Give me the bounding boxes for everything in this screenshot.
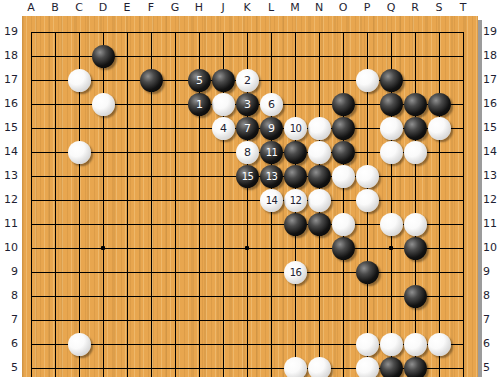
move-number: 4 xyxy=(220,123,227,134)
white-stone-S6[interactable] xyxy=(428,333,451,356)
row-label-right-6: 6 xyxy=(483,336,500,352)
row-label-right-8: 8 xyxy=(483,288,500,304)
grid-line-col-R xyxy=(415,32,416,377)
move-stone-8-K14[interactable]: 8 xyxy=(236,141,259,164)
black-stone-N13[interactable] xyxy=(308,165,331,188)
white-stone-R6[interactable] xyxy=(404,333,427,356)
row-label-right-5: 5 xyxy=(483,360,500,376)
black-stone-R10[interactable] xyxy=(404,237,427,260)
black-stone-O14[interactable] xyxy=(332,141,355,164)
white-stone-O13[interactable] xyxy=(332,165,355,188)
black-stone-R5[interactable] xyxy=(404,357,427,377)
column-label-F: F xyxy=(139,1,163,15)
row-label-right-11: 11 xyxy=(483,216,500,232)
row-label-left-6: 6 xyxy=(0,336,18,352)
star-point-Q10 xyxy=(389,246,393,250)
grid-line-col-B xyxy=(55,32,56,377)
column-label-M: M xyxy=(283,1,307,15)
column-label-T: T xyxy=(451,1,475,15)
row-label-right-17: 17 xyxy=(483,72,500,88)
row-label-right-10: 10 xyxy=(483,240,500,256)
white-stone-N15[interactable] xyxy=(308,117,331,140)
column-label-A: A xyxy=(19,1,43,15)
move-stone-11-L14[interactable]: 11 xyxy=(260,141,283,164)
black-stone-R16[interactable] xyxy=(404,93,427,116)
grid-line-col-D xyxy=(103,32,104,377)
row-label-right-14: 14 xyxy=(483,144,500,160)
white-stone-N14[interactable] xyxy=(308,141,331,164)
row-label-right-16: 16 xyxy=(483,96,500,112)
move-stone-1-H16[interactable]: 1 xyxy=(188,93,211,116)
row-label-right-19: 19 xyxy=(483,24,500,40)
black-stone-O10[interactable] xyxy=(332,237,355,260)
black-stone-F17[interactable] xyxy=(140,69,163,92)
white-stone-Q6[interactable] xyxy=(380,333,403,356)
row-label-left-17: 17 xyxy=(0,72,18,88)
white-stone-C6[interactable] xyxy=(68,333,91,356)
move-number: 16 xyxy=(290,268,302,278)
star-point-K10 xyxy=(245,246,249,250)
move-number: 5 xyxy=(196,75,203,86)
black-stone-N11[interactable] xyxy=(308,213,331,236)
white-stone-N12[interactable] xyxy=(308,189,331,212)
row-label-left-5: 5 xyxy=(0,360,18,376)
white-stone-O11[interactable] xyxy=(332,213,355,236)
black-stone-M11[interactable] xyxy=(284,213,307,236)
row-label-right-13: 13 xyxy=(483,168,500,184)
row-label-left-10: 10 xyxy=(0,240,18,256)
row-label-left-13: 13 xyxy=(0,168,18,184)
white-stone-N5[interactable] xyxy=(308,357,331,377)
move-number: 15 xyxy=(242,172,254,182)
column-label-J: J xyxy=(211,1,235,15)
row-label-left-18: 18 xyxy=(0,48,18,64)
move-stone-2-K17[interactable]: 2 xyxy=(236,69,259,92)
black-stone-M13[interactable] xyxy=(284,165,307,188)
column-label-B: B xyxy=(43,1,67,15)
column-label-E: E xyxy=(115,1,139,15)
row-label-left-12: 12 xyxy=(0,192,18,208)
move-number: 8 xyxy=(244,147,251,158)
white-stone-P13[interactable] xyxy=(356,165,379,188)
white-stone-M5[interactable] xyxy=(284,357,307,377)
move-number: 11 xyxy=(266,148,278,158)
black-stone-J17[interactable] xyxy=(212,69,235,92)
white-stone-R14[interactable] xyxy=(404,141,427,164)
black-stone-Q16[interactable] xyxy=(380,93,403,116)
column-label-K: K xyxy=(235,1,259,15)
move-stone-5-H17[interactable]: 5 xyxy=(188,69,211,92)
black-stone-M14[interactable] xyxy=(284,141,307,164)
black-stone-R8[interactable] xyxy=(404,285,427,308)
move-number: 2 xyxy=(244,75,251,86)
move-stone-3-K16[interactable]: 3 xyxy=(236,93,259,116)
black-stone-R15[interactable] xyxy=(404,117,427,140)
row-label-left-8: 8 xyxy=(0,288,18,304)
move-stone-15-K13[interactable]: 15 xyxy=(236,165,259,188)
star-point-D10 xyxy=(101,246,105,250)
white-stone-C14[interactable] xyxy=(68,141,91,164)
white-stone-Q14[interactable] xyxy=(380,141,403,164)
white-stone-Q15[interactable] xyxy=(380,117,403,140)
black-stone-P9[interactable] xyxy=(356,261,379,284)
white-stone-D16[interactable] xyxy=(92,93,115,116)
white-stone-P17[interactable] xyxy=(356,69,379,92)
column-label-P: P xyxy=(355,1,379,15)
move-stone-13-L13[interactable]: 13 xyxy=(260,165,283,188)
column-label-H: H xyxy=(187,1,211,15)
black-stone-O16[interactable] xyxy=(332,93,355,116)
white-stone-S15[interactable] xyxy=(428,117,451,140)
column-label-G: G xyxy=(163,1,187,15)
move-stone-6-L16[interactable]: 6 xyxy=(260,93,283,116)
grid-line-col-O xyxy=(343,32,344,377)
column-label-Q: Q xyxy=(379,1,403,15)
column-label-D: D xyxy=(91,1,115,15)
row-label-right-18: 18 xyxy=(483,48,500,64)
column-label-R: R xyxy=(403,1,427,15)
move-number: 6 xyxy=(268,99,275,110)
row-label-left-7: 7 xyxy=(0,312,18,328)
column-label-L: L xyxy=(259,1,283,15)
white-stone-J16[interactable] xyxy=(212,93,235,116)
black-stone-O15[interactable] xyxy=(332,117,355,140)
grid-line-col-G xyxy=(175,32,176,377)
move-number: 13 xyxy=(266,172,278,182)
row-label-left-15: 15 xyxy=(0,120,18,136)
white-stone-P5[interactable] xyxy=(356,357,379,377)
row-label-left-14: 14 xyxy=(0,144,18,160)
white-stone-Q11[interactable] xyxy=(380,213,403,236)
move-number: 7 xyxy=(244,123,251,134)
move-stone-14-L12[interactable]: 14 xyxy=(260,189,283,212)
black-stone-Q17[interactable] xyxy=(380,69,403,92)
move-number: 1 xyxy=(196,99,203,110)
row-label-right-9: 9 xyxy=(483,264,500,280)
black-stone-D18[interactable] xyxy=(92,45,115,68)
move-number: 9 xyxy=(268,123,275,134)
row-label-right-15: 15 xyxy=(483,120,500,136)
move-stone-9-L15[interactable]: 9 xyxy=(260,117,283,140)
black-stone-S16[interactable] xyxy=(428,93,451,116)
white-stone-P6[interactable] xyxy=(356,333,379,356)
move-stone-16-M9[interactable]: 16 xyxy=(284,261,307,284)
row-label-left-16: 16 xyxy=(0,96,18,112)
row-label-left-19: 19 xyxy=(0,24,18,40)
move-number: 10 xyxy=(290,124,302,134)
row-label-left-9: 9 xyxy=(0,264,18,280)
move-number: 3 xyxy=(244,99,251,110)
row-label-left-11: 11 xyxy=(0,216,18,232)
white-stone-P12[interactable] xyxy=(356,189,379,212)
column-label-S: S xyxy=(427,1,451,15)
move-stone-12-M12[interactable]: 12 xyxy=(284,189,307,212)
go-diagram: ABCDEFGHJKLMNOPQRST191918181717161615151… xyxy=(0,0,500,377)
grid-line-col-S xyxy=(439,32,440,377)
column-label-C: C xyxy=(67,1,91,15)
move-stone-7-K15[interactable]: 7 xyxy=(236,117,259,140)
white-stone-R11[interactable] xyxy=(404,213,427,236)
column-label-N: N xyxy=(307,1,331,15)
row-label-right-12: 12 xyxy=(483,192,500,208)
move-number: 12 xyxy=(290,196,302,206)
move-number: 14 xyxy=(266,196,278,206)
move-stone-10-M15[interactable]: 10 xyxy=(284,117,307,140)
black-stone-Q5[interactable] xyxy=(380,357,403,377)
board-drop-shadow xyxy=(478,20,482,377)
white-stone-C17[interactable] xyxy=(68,69,91,92)
grid-line-col-E xyxy=(127,32,128,377)
move-stone-4-J15[interactable]: 4 xyxy=(212,117,235,140)
row-label-right-7: 7 xyxy=(483,312,500,328)
column-label-O: O xyxy=(331,1,355,15)
